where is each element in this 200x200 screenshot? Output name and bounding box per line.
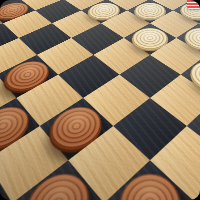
checkers-board xyxy=(0,0,200,200)
checkers-board-view xyxy=(0,0,200,200)
flag-icon xyxy=(187,0,200,9)
